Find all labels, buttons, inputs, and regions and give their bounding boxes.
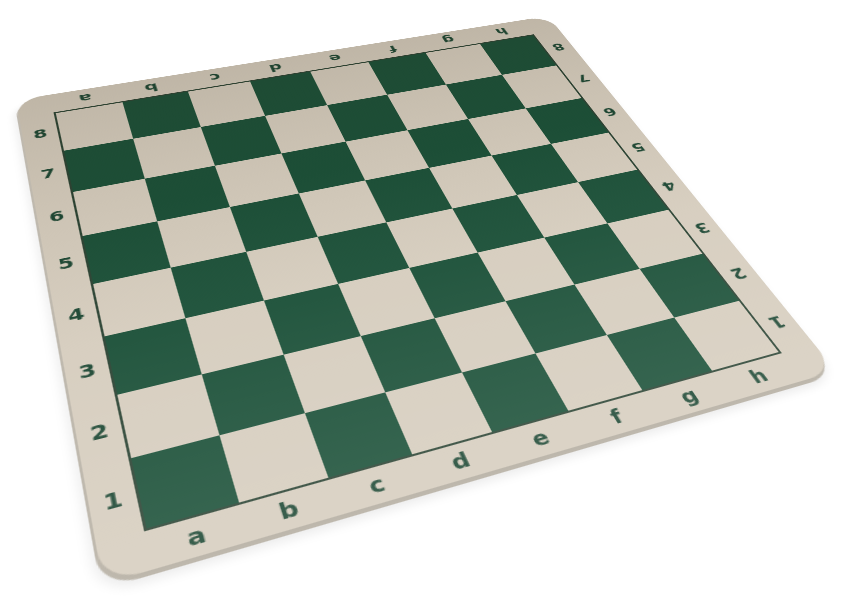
photo-background: abcdefgh abcdefgh 87654321 87654321 — [0, 0, 844, 600]
chess-board-mat: abcdefgh abcdefgh 87654321 87654321 — [16, 16, 836, 584]
